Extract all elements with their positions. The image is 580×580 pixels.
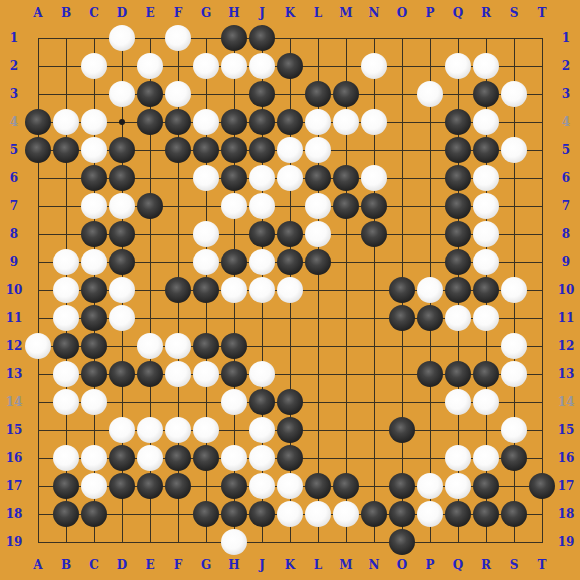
white-stone-N4 — [361, 109, 387, 135]
black-stone-E17 — [137, 473, 163, 499]
black-stone-M6 — [333, 165, 359, 191]
black-stone-M7 — [333, 193, 359, 219]
white-stone-Q14 — [445, 389, 471, 415]
col-label-top-D: D — [109, 6, 135, 20]
col-label-top-S: S — [501, 6, 527, 20]
black-stone-N8 — [361, 221, 387, 247]
row-label-right-15: 15 — [553, 423, 579, 437]
white-stone-B11 — [53, 305, 79, 331]
white-stone-H10 — [221, 277, 247, 303]
white-stone-G4 — [193, 109, 219, 135]
white-stone-B13 — [53, 361, 79, 387]
black-stone-Q4 — [445, 109, 471, 135]
col-label-bottom-J: J — [249, 558, 275, 572]
white-stone-E12 — [137, 333, 163, 359]
white-stone-P3 — [417, 81, 443, 107]
white-stone-D3 — [109, 81, 135, 107]
black-stone-E3 — [137, 81, 163, 107]
col-label-bottom-P: P — [417, 558, 443, 572]
black-stone-L9 — [305, 249, 331, 275]
col-label-bottom-D: D — [109, 558, 135, 572]
black-stone-O19 — [389, 529, 415, 555]
white-stone-F3 — [165, 81, 191, 107]
black-stone-Q5 — [445, 137, 471, 163]
black-stone-E13 — [137, 361, 163, 387]
black-stone-H6 — [221, 165, 247, 191]
white-stone-P10 — [417, 277, 443, 303]
white-stone-G8 — [193, 221, 219, 247]
white-stone-G15 — [193, 417, 219, 443]
white-stone-E16 — [137, 445, 163, 471]
white-stone-K6 — [277, 165, 303, 191]
black-stone-P11 — [417, 305, 443, 331]
black-stone-M3 — [333, 81, 359, 107]
white-stone-R16 — [473, 445, 499, 471]
row-label-right-7: 7 — [553, 199, 579, 213]
black-stone-N18 — [361, 501, 387, 527]
row-label-right-2: 2 — [553, 59, 579, 73]
white-stone-S15 — [501, 417, 527, 443]
white-stone-F13 — [165, 361, 191, 387]
black-stone-C11 — [81, 305, 107, 331]
white-stone-D11 — [109, 305, 135, 331]
white-stone-F12 — [165, 333, 191, 359]
white-stone-R9 — [473, 249, 499, 275]
black-stone-K16 — [277, 445, 303, 471]
white-stone-L5 — [305, 137, 331, 163]
black-stone-K4 — [277, 109, 303, 135]
col-label-top-P: P — [417, 6, 443, 20]
black-stone-M17 — [333, 473, 359, 499]
white-stone-G9 — [193, 249, 219, 275]
grid-line — [542, 38, 543, 543]
row-label-left-11: 11 — [1, 311, 27, 325]
col-label-bottom-F: F — [165, 558, 191, 572]
row-label-left-15: 15 — [1, 423, 27, 437]
black-stone-P13 — [417, 361, 443, 387]
black-stone-B18 — [53, 501, 79, 527]
black-stone-F16 — [165, 445, 191, 471]
black-stone-H1 — [221, 25, 247, 51]
white-stone-E2 — [137, 53, 163, 79]
white-stone-P18 — [417, 501, 443, 527]
col-label-top-H: H — [221, 6, 247, 20]
row-label-right-4: 4 — [553, 115, 579, 129]
row-label-left-6: 6 — [1, 171, 27, 185]
white-stone-J6 — [249, 165, 275, 191]
black-stone-H18 — [221, 501, 247, 527]
black-stone-F17 — [165, 473, 191, 499]
white-stone-S12 — [501, 333, 527, 359]
black-stone-A5 — [25, 137, 51, 163]
col-label-top-Q: Q — [445, 6, 471, 20]
col-label-top-F: F — [165, 6, 191, 20]
white-stone-C2 — [81, 53, 107, 79]
white-stone-F1 — [165, 25, 191, 51]
row-label-right-14: 14 — [553, 395, 579, 409]
black-stone-S16 — [501, 445, 527, 471]
black-stone-J4 — [249, 109, 275, 135]
black-stone-O10 — [389, 277, 415, 303]
col-label-bottom-K: K — [277, 558, 303, 572]
black-stone-Q7 — [445, 193, 471, 219]
white-stone-R7 — [473, 193, 499, 219]
white-stone-R11 — [473, 305, 499, 331]
black-stone-G16 — [193, 445, 219, 471]
row-label-left-8: 8 — [1, 227, 27, 241]
white-stone-S13 — [501, 361, 527, 387]
row-label-left-16: 16 — [1, 451, 27, 465]
black-stone-C10 — [81, 277, 107, 303]
white-stone-D15 — [109, 417, 135, 443]
row-label-right-16: 16 — [553, 451, 579, 465]
black-stone-E7 — [137, 193, 163, 219]
col-label-top-N: N — [361, 6, 387, 20]
black-stone-T17 — [529, 473, 555, 499]
black-stone-E4 — [137, 109, 163, 135]
white-stone-E15 — [137, 417, 163, 443]
black-stone-K8 — [277, 221, 303, 247]
col-label-bottom-M: M — [333, 558, 359, 572]
row-label-left-17: 17 — [1, 479, 27, 493]
white-stone-A12 — [25, 333, 51, 359]
white-stone-K10 — [277, 277, 303, 303]
row-label-left-4: 4 — [1, 115, 27, 129]
white-stone-S3 — [501, 81, 527, 107]
black-stone-K2 — [277, 53, 303, 79]
black-stone-D6 — [109, 165, 135, 191]
black-stone-H5 — [221, 137, 247, 163]
white-stone-Q16 — [445, 445, 471, 471]
white-stone-J16 — [249, 445, 275, 471]
white-stone-L4 — [305, 109, 331, 135]
col-label-top-M: M — [333, 6, 359, 20]
black-stone-R3 — [473, 81, 499, 107]
black-stone-R17 — [473, 473, 499, 499]
black-stone-H9 — [221, 249, 247, 275]
black-stone-G18 — [193, 501, 219, 527]
row-label-left-13: 13 — [1, 367, 27, 381]
black-stone-Q9 — [445, 249, 471, 275]
black-stone-R13 — [473, 361, 499, 387]
col-label-top-O: O — [389, 6, 415, 20]
col-label-bottom-T: T — [529, 558, 555, 572]
col-label-bottom-Q: Q — [445, 558, 471, 572]
white-stone-M18 — [333, 501, 359, 527]
black-stone-J8 — [249, 221, 275, 247]
row-label-left-10: 10 — [1, 283, 27, 297]
black-stone-R18 — [473, 501, 499, 527]
col-label-top-J: J — [249, 6, 275, 20]
black-stone-D5 — [109, 137, 135, 163]
white-stone-B16 — [53, 445, 79, 471]
black-stone-J3 — [249, 81, 275, 107]
black-stone-J5 — [249, 137, 275, 163]
white-stone-P17 — [417, 473, 443, 499]
white-stone-G2 — [193, 53, 219, 79]
white-stone-C5 — [81, 137, 107, 163]
row-label-left-19: 19 — [1, 535, 27, 549]
row-label-right-12: 12 — [553, 339, 579, 353]
row-label-left-9: 9 — [1, 255, 27, 269]
row-label-right-11: 11 — [553, 311, 579, 325]
row-label-right-17: 17 — [553, 479, 579, 493]
black-stone-K14 — [277, 389, 303, 415]
white-stone-J15 — [249, 417, 275, 443]
col-label-bottom-E: E — [137, 558, 163, 572]
white-stone-C9 — [81, 249, 107, 275]
white-stone-J10 — [249, 277, 275, 303]
col-label-top-R: R — [473, 6, 499, 20]
row-label-left-12: 12 — [1, 339, 27, 353]
black-stone-D17 — [109, 473, 135, 499]
white-stone-G6 — [193, 165, 219, 191]
row-label-left-2: 2 — [1, 59, 27, 73]
black-stone-H17 — [221, 473, 247, 499]
white-stone-H16 — [221, 445, 247, 471]
black-stone-F5 — [165, 137, 191, 163]
col-label-bottom-L: L — [305, 558, 331, 572]
white-stone-C16 — [81, 445, 107, 471]
white-stone-H2 — [221, 53, 247, 79]
black-stone-D16 — [109, 445, 135, 471]
black-stone-K15 — [277, 417, 303, 443]
white-stone-G13 — [193, 361, 219, 387]
col-label-top-C: C — [81, 6, 107, 20]
black-stone-L3 — [305, 81, 331, 107]
white-stone-H7 — [221, 193, 247, 219]
white-stone-S10 — [501, 277, 527, 303]
white-stone-J13 — [249, 361, 275, 387]
white-stone-R2 — [473, 53, 499, 79]
white-stone-H19 — [221, 529, 247, 555]
black-stone-H13 — [221, 361, 247, 387]
col-label-bottom-H: H — [221, 558, 247, 572]
black-stone-F10 — [165, 277, 191, 303]
white-stone-Q2 — [445, 53, 471, 79]
white-stone-L7 — [305, 193, 331, 219]
black-stone-C18 — [81, 501, 107, 527]
white-stone-B10 — [53, 277, 79, 303]
white-stone-L18 — [305, 501, 331, 527]
row-label-left-5: 5 — [1, 143, 27, 157]
black-stone-G5 — [193, 137, 219, 163]
white-stone-R6 — [473, 165, 499, 191]
row-label-right-13: 13 — [553, 367, 579, 381]
row-label-right-10: 10 — [553, 283, 579, 297]
black-stone-Q8 — [445, 221, 471, 247]
white-stone-J9 — [249, 249, 275, 275]
col-label-top-B: B — [53, 6, 79, 20]
col-label-top-A: A — [25, 6, 51, 20]
white-stone-J17 — [249, 473, 275, 499]
white-stone-N6 — [361, 165, 387, 191]
go-board[interactable]: AABBCCDDEEFFGGHHJJKKLLMMNNOOPPQQRRSSTT11… — [0, 0, 580, 580]
black-stone-D13 — [109, 361, 135, 387]
white-stone-D10 — [109, 277, 135, 303]
grid-line — [38, 542, 543, 543]
black-stone-D8 — [109, 221, 135, 247]
col-label-bottom-R: R — [473, 558, 499, 572]
white-stone-J7 — [249, 193, 275, 219]
col-label-bottom-A: A — [25, 558, 51, 572]
col-label-bottom-N: N — [361, 558, 387, 572]
white-stone-H14 — [221, 389, 247, 415]
col-label-top-L: L — [305, 6, 331, 20]
col-label-top-E: E — [137, 6, 163, 20]
row-label-left-18: 18 — [1, 507, 27, 521]
row-label-left-7: 7 — [1, 199, 27, 213]
white-stone-D7 — [109, 193, 135, 219]
black-stone-B5 — [53, 137, 79, 163]
black-stone-O15 — [389, 417, 415, 443]
white-stone-B14 — [53, 389, 79, 415]
row-label-right-19: 19 — [553, 535, 579, 549]
row-label-right-18: 18 — [553, 507, 579, 521]
col-label-bottom-O: O — [389, 558, 415, 572]
black-stone-D9 — [109, 249, 135, 275]
row-label-left-3: 3 — [1, 87, 27, 101]
black-stone-H4 — [221, 109, 247, 135]
black-stone-G10 — [193, 277, 219, 303]
col-label-top-T: T — [529, 6, 555, 20]
white-stone-R14 — [473, 389, 499, 415]
black-stone-R5 — [473, 137, 499, 163]
black-stone-L17 — [305, 473, 331, 499]
white-stone-L8 — [305, 221, 331, 247]
black-stone-J18 — [249, 501, 275, 527]
col-label-top-K: K — [277, 6, 303, 20]
row-label-right-3: 3 — [553, 87, 579, 101]
row-label-right-5: 5 — [553, 143, 579, 157]
black-stone-S18 — [501, 501, 527, 527]
white-stone-C7 — [81, 193, 107, 219]
black-stone-C12 — [81, 333, 107, 359]
black-stone-J14 — [249, 389, 275, 415]
white-stone-Q11 — [445, 305, 471, 331]
black-stone-Q13 — [445, 361, 471, 387]
col-label-bottom-S: S — [501, 558, 527, 572]
black-stone-R10 — [473, 277, 499, 303]
black-stone-O11 — [389, 305, 415, 331]
white-stone-C14 — [81, 389, 107, 415]
star-point — [119, 119, 125, 125]
col-label-bottom-C: C — [81, 558, 107, 572]
white-stone-F15 — [165, 417, 191, 443]
white-stone-S5 — [501, 137, 527, 163]
col-label-bottom-B: B — [53, 558, 79, 572]
black-stone-N7 — [361, 193, 387, 219]
black-stone-O17 — [389, 473, 415, 499]
col-label-bottom-G: G — [193, 558, 219, 572]
black-stone-O18 — [389, 501, 415, 527]
row-label-left-14: 14 — [1, 395, 27, 409]
white-stone-C4 — [81, 109, 107, 135]
row-label-right-1: 1 — [553, 31, 579, 45]
white-stone-R8 — [473, 221, 499, 247]
black-stone-G12 — [193, 333, 219, 359]
white-stone-Q17 — [445, 473, 471, 499]
black-stone-A4 — [25, 109, 51, 135]
white-stone-N2 — [361, 53, 387, 79]
white-stone-R4 — [473, 109, 499, 135]
white-stone-M4 — [333, 109, 359, 135]
black-stone-K9 — [277, 249, 303, 275]
col-label-top-G: G — [193, 6, 219, 20]
black-stone-C6 — [81, 165, 107, 191]
white-stone-K5 — [277, 137, 303, 163]
black-stone-C8 — [81, 221, 107, 247]
grid-line — [38, 346, 543, 347]
black-stone-J1 — [249, 25, 275, 51]
white-stone-K17 — [277, 473, 303, 499]
black-stone-C13 — [81, 361, 107, 387]
black-stone-L6 — [305, 165, 331, 191]
black-stone-Q6 — [445, 165, 471, 191]
black-stone-H12 — [221, 333, 247, 359]
white-stone-B9 — [53, 249, 79, 275]
row-label-right-8: 8 — [553, 227, 579, 241]
row-label-right-9: 9 — [553, 255, 579, 269]
black-stone-F4 — [165, 109, 191, 135]
white-stone-D1 — [109, 25, 135, 51]
row-label-right-6: 6 — [553, 171, 579, 185]
black-stone-B12 — [53, 333, 79, 359]
white-stone-B4 — [53, 109, 79, 135]
black-stone-Q10 — [445, 277, 471, 303]
white-stone-J2 — [249, 53, 275, 79]
white-stone-K18 — [277, 501, 303, 527]
row-label-left-1: 1 — [1, 31, 27, 45]
black-stone-Q18 — [445, 501, 471, 527]
white-stone-C17 — [81, 473, 107, 499]
black-stone-B17 — [53, 473, 79, 499]
